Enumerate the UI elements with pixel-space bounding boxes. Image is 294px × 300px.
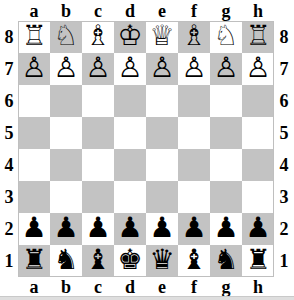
piece-white-pawn: ♙ xyxy=(181,54,206,82)
piece-black-bishop: ♝ xyxy=(85,246,110,274)
square-d2[interactable]: ♟ xyxy=(114,213,146,245)
square-e3[interactable] xyxy=(146,181,178,213)
chess-board: ♖♘♗♔♕♗♘♖♙♙♙♙♙♙♙♙♟♟♟♟♟♟♟♟♜♞♝♚♛♝♞♜ xyxy=(18,21,274,277)
square-b6[interactable] xyxy=(50,85,82,117)
rank-label-2-right: 2 xyxy=(274,213,294,245)
piece-white-queen: ♕ xyxy=(149,22,174,50)
file-label-g-top: g xyxy=(210,2,242,20)
square-h2[interactable]: ♟ xyxy=(242,213,274,245)
square-e8[interactable]: ♕ xyxy=(146,21,178,53)
square-f2[interactable]: ♟ xyxy=(178,213,210,245)
piece-black-pawn: ♟ xyxy=(213,214,238,242)
square-d4[interactable] xyxy=(114,149,146,181)
rank-label-8-left: 8 xyxy=(0,21,18,53)
square-g7[interactable]: ♙ xyxy=(210,53,242,85)
square-c3[interactable] xyxy=(82,181,114,213)
square-b7[interactable]: ♙ xyxy=(50,53,82,85)
rank-label-1-left: 1 xyxy=(0,245,18,277)
square-c5[interactable] xyxy=(82,117,114,149)
piece-white-pawn: ♙ xyxy=(53,54,78,82)
file-label-a-bottom: a xyxy=(18,278,50,296)
square-c4[interactable] xyxy=(82,149,114,181)
square-a5[interactable] xyxy=(18,117,50,149)
square-a6[interactable] xyxy=(18,85,50,117)
square-c8[interactable]: ♗ xyxy=(82,21,114,53)
board-middle-row: 87654321 ♖♘♗♔♕♗♘♖♙♙♙♙♙♙♙♙♟♟♟♟♟♟♟♟♜♞♝♚♛♝♞… xyxy=(0,21,294,277)
rank-label-7-left: 7 xyxy=(0,53,18,85)
square-g6[interactable] xyxy=(210,85,242,117)
square-e2[interactable]: ♟ xyxy=(146,213,178,245)
rank-label-6-right: 6 xyxy=(274,85,294,117)
square-d5[interactable] xyxy=(114,117,146,149)
page-bottom-strip xyxy=(0,296,294,300)
file-label-d-top: d xyxy=(114,2,146,20)
square-e1[interactable]: ♛ xyxy=(146,245,178,277)
rank-label-1-right: 1 xyxy=(274,245,294,277)
square-a4[interactable] xyxy=(18,149,50,181)
square-g1[interactable]: ♞ xyxy=(210,245,242,277)
piece-black-knight: ♞ xyxy=(53,246,78,274)
piece-black-pawn: ♟ xyxy=(245,214,270,242)
file-labels-top: abcdefgh xyxy=(18,0,274,21)
square-f5[interactable] xyxy=(178,117,210,149)
rank-labels-right: 87654321 xyxy=(274,21,294,277)
square-d1[interactable]: ♚ xyxy=(114,245,146,277)
square-h6[interactable] xyxy=(242,85,274,117)
rank-label-2-left: 2 xyxy=(0,213,18,245)
chess-diagram: abcdefgh 87654321 ♖♘♗♔♕♗♘♖♙♙♙♙♙♙♙♙♟♟♟♟♟♟… xyxy=(0,0,294,300)
square-b1[interactable]: ♞ xyxy=(50,245,82,277)
square-a8[interactable]: ♖ xyxy=(18,21,50,53)
square-g3[interactable] xyxy=(210,181,242,213)
square-e6[interactable] xyxy=(146,85,178,117)
piece-white-pawn: ♙ xyxy=(21,54,46,82)
file-label-c-bottom: c xyxy=(82,278,114,296)
piece-black-pawn: ♟ xyxy=(53,214,78,242)
rank-label-5-left: 5 xyxy=(0,117,18,149)
file-label-h-bottom: h xyxy=(242,278,274,296)
rank-label-3-left: 3 xyxy=(0,181,18,213)
square-e7[interactable]: ♙ xyxy=(146,53,178,85)
square-e5[interactable] xyxy=(146,117,178,149)
file-label-e-bottom: e xyxy=(146,278,178,296)
file-label-b-bottom: b xyxy=(50,278,82,296)
square-f3[interactable] xyxy=(178,181,210,213)
piece-white-bishop: ♗ xyxy=(85,22,110,50)
file-label-b-top: b xyxy=(50,2,82,20)
square-d3[interactable] xyxy=(114,181,146,213)
piece-black-pawn: ♟ xyxy=(149,214,174,242)
square-f7[interactable]: ♙ xyxy=(178,53,210,85)
square-h1[interactable]: ♜ xyxy=(242,245,274,277)
piece-white-rook: ♖ xyxy=(21,22,46,50)
file-label-d-bottom: d xyxy=(114,278,146,296)
piece-white-rook: ♖ xyxy=(245,22,270,50)
piece-black-pawn: ♟ xyxy=(117,214,142,242)
piece-black-bishop: ♝ xyxy=(181,246,206,274)
square-f4[interactable] xyxy=(178,149,210,181)
rank-label-8-right: 8 xyxy=(274,21,294,53)
piece-black-rook: ♜ xyxy=(245,246,270,274)
square-h3[interactable] xyxy=(242,181,274,213)
file-label-c-top: c xyxy=(82,2,114,20)
square-d8[interactable]: ♔ xyxy=(114,21,146,53)
square-g4[interactable] xyxy=(210,149,242,181)
file-label-a-top: a xyxy=(18,2,50,20)
piece-black-king: ♚ xyxy=(117,246,142,274)
square-h5[interactable] xyxy=(242,117,274,149)
file-label-g-bottom: g xyxy=(210,278,242,296)
rank-label-4-right: 4 xyxy=(274,149,294,181)
square-a2[interactable]: ♟ xyxy=(18,213,50,245)
square-h8[interactable]: ♖ xyxy=(242,21,274,53)
square-f8[interactable]: ♗ xyxy=(178,21,210,53)
square-a1[interactable]: ♜ xyxy=(18,245,50,277)
file-label-f-bottom: f xyxy=(178,278,210,296)
piece-white-pawn: ♙ xyxy=(85,54,110,82)
square-f6[interactable] xyxy=(178,85,210,117)
piece-black-pawn: ♟ xyxy=(21,214,46,242)
square-g2[interactable]: ♟ xyxy=(210,213,242,245)
square-c7[interactable]: ♙ xyxy=(82,53,114,85)
piece-white-pawn: ♙ xyxy=(245,54,270,82)
square-b3[interactable] xyxy=(50,181,82,213)
square-b4[interactable] xyxy=(50,149,82,181)
piece-white-bishop: ♗ xyxy=(181,22,206,50)
piece-white-king: ♔ xyxy=(117,22,142,50)
piece-black-queen: ♛ xyxy=(149,246,174,274)
piece-white-pawn: ♙ xyxy=(213,54,238,82)
square-h7[interactable]: ♙ xyxy=(242,53,274,85)
rank-label-3-right: 3 xyxy=(274,181,294,213)
square-c1[interactable]: ♝ xyxy=(82,245,114,277)
rank-label-7-right: 7 xyxy=(274,53,294,85)
piece-white-knight: ♘ xyxy=(213,22,238,50)
square-b2[interactable]: ♟ xyxy=(50,213,82,245)
piece-black-pawn: ♟ xyxy=(85,214,110,242)
rank-label-5-right: 5 xyxy=(274,117,294,149)
piece-black-pawn: ♟ xyxy=(181,214,206,242)
file-label-e-top: e xyxy=(146,2,178,20)
square-c2[interactable]: ♟ xyxy=(82,213,114,245)
rank-label-4-left: 4 xyxy=(0,149,18,181)
rank-label-6-left: 6 xyxy=(0,85,18,117)
piece-black-knight: ♞ xyxy=(213,246,238,274)
square-c6[interactable] xyxy=(82,85,114,117)
square-d7[interactable]: ♙ xyxy=(114,53,146,85)
square-d6[interactable] xyxy=(114,85,146,117)
square-g8[interactable]: ♘ xyxy=(210,21,242,53)
rank-labels-left: 87654321 xyxy=(0,21,18,277)
square-h4[interactable] xyxy=(242,149,274,181)
square-e4[interactable] xyxy=(146,149,178,181)
square-a3[interactable] xyxy=(18,181,50,213)
square-b8[interactable]: ♘ xyxy=(50,21,82,53)
square-g5[interactable] xyxy=(210,117,242,149)
piece-white-pawn: ♙ xyxy=(117,54,142,82)
square-a7[interactable]: ♙ xyxy=(18,53,50,85)
square-f1[interactable]: ♝ xyxy=(178,245,210,277)
file-labels-bottom: abcdefgh xyxy=(18,277,274,296)
square-b5[interactable] xyxy=(50,117,82,149)
piece-white-knight: ♘ xyxy=(53,22,78,50)
file-label-h-top: h xyxy=(242,2,274,20)
piece-black-rook: ♜ xyxy=(21,246,46,274)
file-label-f-top: f xyxy=(178,2,210,20)
piece-white-pawn: ♙ xyxy=(149,54,174,82)
